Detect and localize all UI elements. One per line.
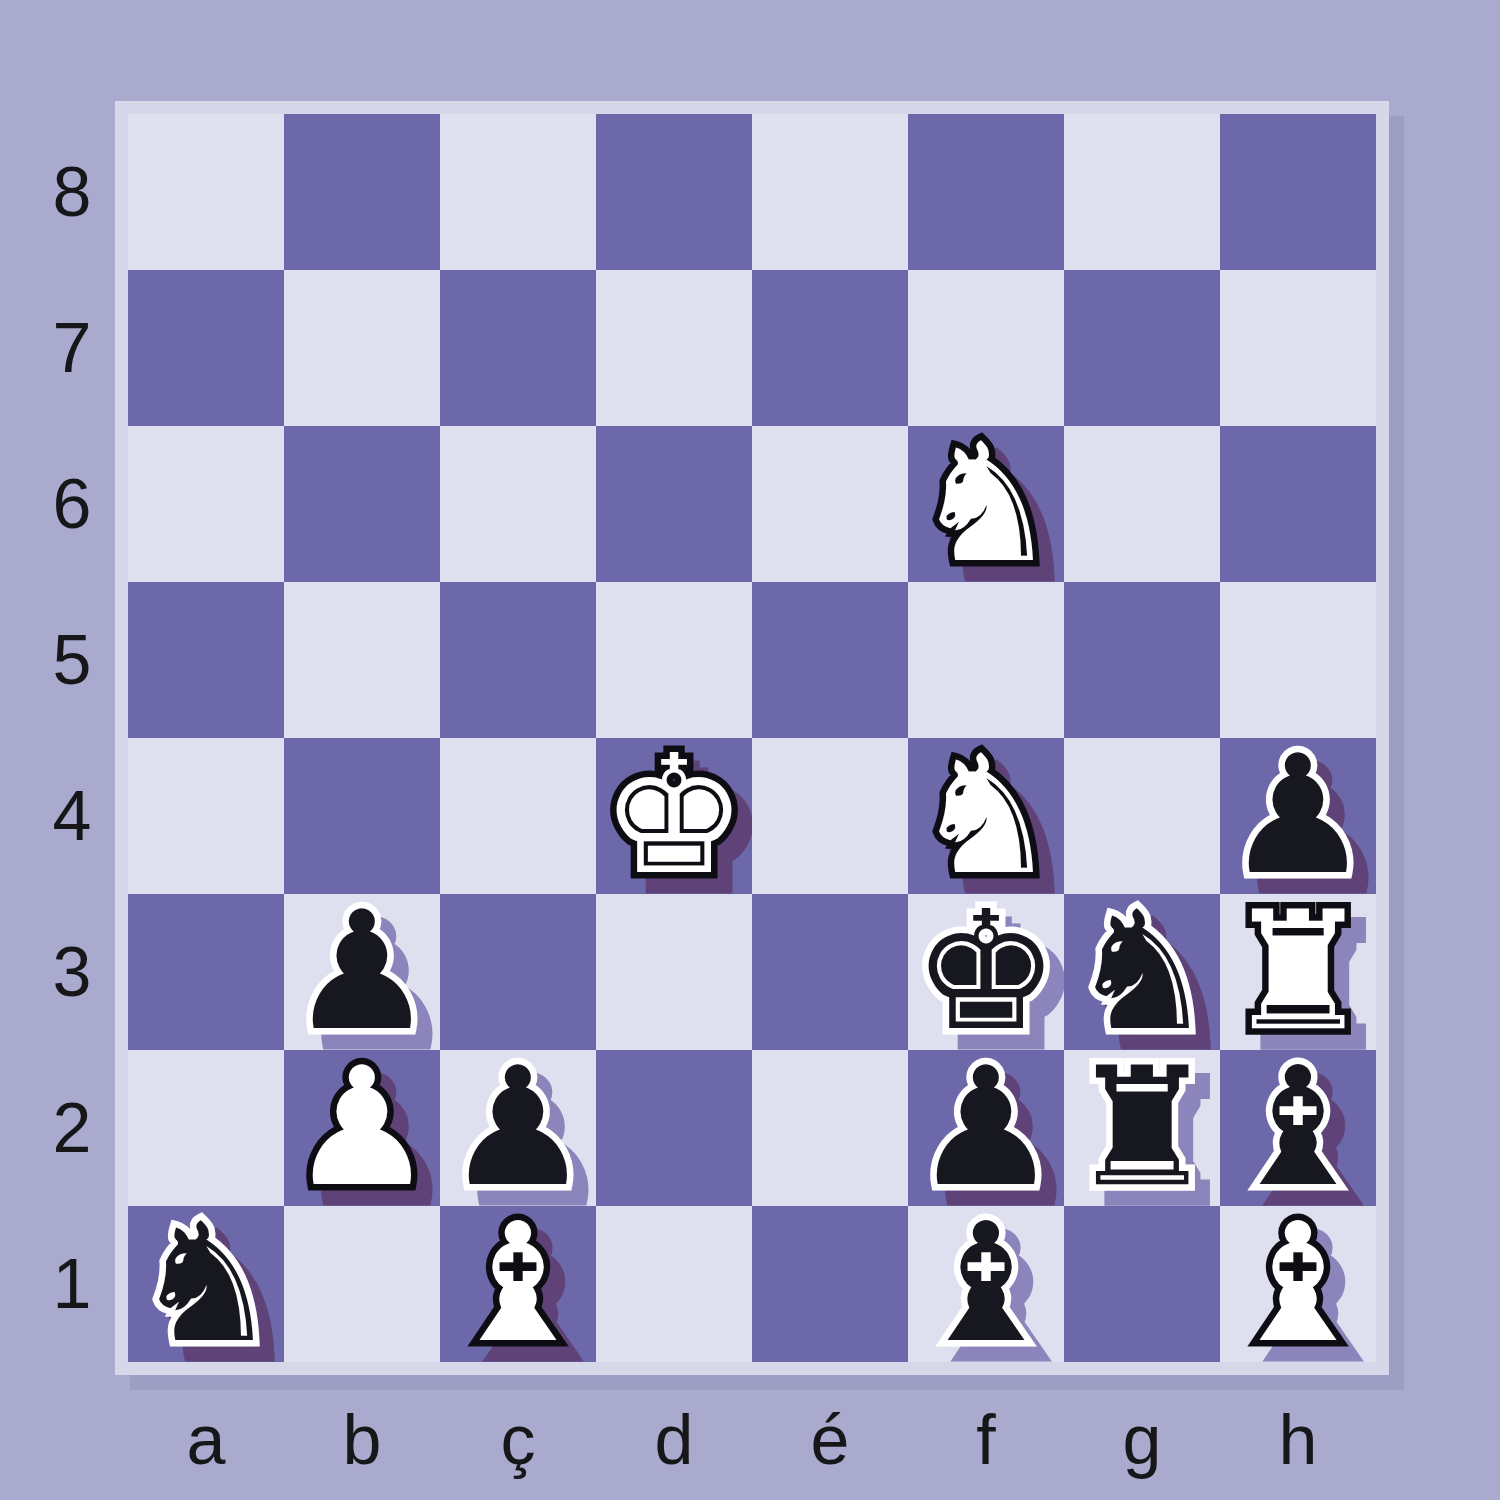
- square-d5[interactable]: [596, 582, 752, 738]
- king-glyph-halo: ♚: [908, 894, 1064, 1050]
- square-g2[interactable]: ♜♜♜: [1064, 1050, 1220, 1206]
- knight-glyph-halo: ♞: [1064, 894, 1220, 1050]
- piece-black-knight-a1[interactable]: ♞♞♞: [128, 1206, 284, 1362]
- square-f3[interactable]: ♚♚♚: [908, 894, 1064, 1050]
- pawn-glyph-halo: ♟: [908, 1050, 1064, 1206]
- square-a2[interactable]: [128, 1050, 284, 1206]
- file-label-g: g: [1064, 1398, 1220, 1482]
- pawn-glyph-shadow: ♟: [455, 1065, 611, 1221]
- pawn-glyph-shadow: ♟: [299, 909, 455, 1065]
- square-e7[interactable]: [752, 270, 908, 426]
- piece-white-bishop-c1[interactable]: ♝♝♝: [440, 1206, 596, 1362]
- rank-label-8: 8: [34, 114, 110, 270]
- square-f5[interactable]: [908, 582, 1064, 738]
- piece-black-pawn-h4[interactable]: ♟♟♟: [1220, 738, 1376, 894]
- piece-white-knight-f6[interactable]: ♞♞♞: [908, 426, 1064, 582]
- file-label-f: f: [908, 1398, 1064, 1482]
- pawn-glyph-shadow: ♟: [1235, 753, 1391, 909]
- pawn-glyph-shadow: ♟: [299, 1065, 455, 1221]
- square-a8[interactable]: [128, 114, 284, 270]
- square-g7[interactable]: [1064, 270, 1220, 426]
- square-d8[interactable]: [596, 114, 752, 270]
- square-e4[interactable]: [752, 738, 908, 894]
- knight-glyph-shadow: ♞: [1079, 909, 1235, 1065]
- square-e3[interactable]: [752, 894, 908, 1050]
- square-a4[interactable]: [128, 738, 284, 894]
- square-f2[interactable]: ♟♟♟: [908, 1050, 1064, 1206]
- king-glyph-fill: ♚: [596, 738, 752, 894]
- king-glyph-halo: ♚: [596, 738, 752, 894]
- file-label-b: b: [284, 1398, 440, 1482]
- square-h5[interactable]: [1220, 582, 1376, 738]
- rook-glyph-fill: ♜: [1064, 1050, 1220, 1206]
- rook-glyph-halo: ♜: [1220, 894, 1376, 1050]
- piece-black-pawn-c2[interactable]: ♟♟♟: [440, 1050, 596, 1206]
- square-h6[interactable]: [1220, 426, 1376, 582]
- king-glyph-fill: ♚: [908, 894, 1064, 1050]
- square-h8[interactable]: [1220, 114, 1376, 270]
- square-b6[interactable]: [284, 426, 440, 582]
- piece-black-bishop-h2[interactable]: ♝♝♝: [1220, 1050, 1376, 1206]
- square-a5[interactable]: [128, 582, 284, 738]
- rank-label-6: 6: [34, 426, 110, 582]
- square-b2[interactable]: ♟♟♟: [284, 1050, 440, 1206]
- pawn-glyph-shadow: ♟: [923, 1065, 1079, 1221]
- bishop-glyph-halo: ♝: [908, 1206, 1064, 1362]
- bishop-glyph-shadow: ♝: [1235, 1065, 1391, 1221]
- square-f4[interactable]: ♞♞♞: [908, 738, 1064, 894]
- square-b7[interactable]: [284, 270, 440, 426]
- square-f8[interactable]: [908, 114, 1064, 270]
- bishop-glyph-fill: ♝: [908, 1206, 1064, 1362]
- file-label-h: h: [1220, 1398, 1376, 1482]
- file-label-e: é: [752, 1398, 908, 1482]
- square-d1[interactable]: [596, 1206, 752, 1362]
- square-c6[interactable]: [440, 426, 596, 582]
- file-label-c: ç: [440, 1398, 596, 1482]
- piece-white-king-d4[interactable]: ♚♚♚: [596, 738, 752, 894]
- pawn-glyph-halo: ♟: [1220, 738, 1376, 894]
- bishop-glyph-halo: ♝: [1220, 1050, 1376, 1206]
- chess-board: ♞♞♞♚♚♚♞♞♞♟♟♟♟♟♟♚♚♚♞♞♞♜♜♜♟♟♟♟♟♟♟♟♟♜♜♜♝♝♝♞…: [115, 101, 1389, 1375]
- square-b1[interactable]: [284, 1206, 440, 1362]
- square-g4[interactable]: [1064, 738, 1220, 894]
- square-h1[interactable]: ♝♝♝: [1220, 1206, 1376, 1362]
- king-glyph-shadow: ♚: [611, 753, 767, 909]
- square-d7[interactable]: [596, 270, 752, 426]
- square-b3[interactable]: ♟♟♟: [284, 894, 440, 1050]
- square-f1[interactable]: ♝♝♝: [908, 1206, 1064, 1362]
- pawn-glyph-halo: ♟: [284, 1050, 440, 1206]
- square-g8[interactable]: [1064, 114, 1220, 270]
- square-c3[interactable]: [440, 894, 596, 1050]
- square-h3[interactable]: ♜♜♜: [1220, 894, 1376, 1050]
- square-b4[interactable]: [284, 738, 440, 894]
- pawn-glyph-fill: ♟: [440, 1050, 596, 1206]
- bishop-glyph-halo: ♝: [1220, 1206, 1376, 1362]
- file-label-d: d: [596, 1398, 752, 1482]
- rook-glyph-halo: ♜: [1064, 1050, 1220, 1206]
- chess-board-grid: ♞♞♞♚♚♚♞♞♞♟♟♟♟♟♟♚♚♚♞♞♞♜♜♜♟♟♟♟♟♟♟♟♟♜♜♜♝♝♝♞…: [128, 114, 1376, 1362]
- square-a3[interactable]: [128, 894, 284, 1050]
- knight-glyph-halo: ♞: [128, 1206, 284, 1362]
- rook-glyph-shadow: ♜: [1079, 1065, 1235, 1221]
- square-c5[interactable]: [440, 582, 596, 738]
- piece-black-bishop-f1[interactable]: ♝♝♝: [908, 1206, 1064, 1362]
- knight-glyph-fill: ♞: [1064, 894, 1220, 1050]
- file-label-a: a: [128, 1398, 284, 1482]
- rook-glyph-shadow: ♜: [1235, 909, 1391, 1065]
- knight-glyph-fill: ♞: [908, 426, 1064, 582]
- piece-black-pawn-f2[interactable]: ♟♟♟: [908, 1050, 1064, 1206]
- square-f7[interactable]: [908, 270, 1064, 426]
- square-c4[interactable]: [440, 738, 596, 894]
- piece-black-pawn-b3[interactable]: ♟♟♟: [284, 894, 440, 1050]
- knight-glyph-shadow: ♞: [923, 441, 1079, 597]
- knight-glyph-shadow: ♞: [923, 753, 1079, 909]
- bishop-glyph-fill: ♝: [1220, 1050, 1376, 1206]
- rank-label-5: 5: [34, 582, 110, 738]
- square-b8[interactable]: [284, 114, 440, 270]
- square-a6[interactable]: [128, 426, 284, 582]
- knight-glyph-fill: ♞: [128, 1206, 284, 1362]
- square-e5[interactable]: [752, 582, 908, 738]
- piece-white-knight-f4[interactable]: ♞♞♞: [908, 738, 1064, 894]
- square-c2[interactable]: ♟♟♟: [440, 1050, 596, 1206]
- bishop-glyph-shadow: ♝: [923, 1221, 1079, 1377]
- square-a7[interactable]: [128, 270, 284, 426]
- bishop-glyph-halo: ♝: [440, 1206, 596, 1362]
- knight-glyph-fill: ♞: [908, 738, 1064, 894]
- square-f6[interactable]: ♞♞♞: [908, 426, 1064, 582]
- square-h4[interactable]: ♟♟♟: [1220, 738, 1376, 894]
- square-d3[interactable]: [596, 894, 752, 1050]
- bishop-glyph-shadow: ♝: [455, 1221, 611, 1377]
- square-e8[interactable]: [752, 114, 908, 270]
- square-g1[interactable]: [1064, 1206, 1220, 1362]
- piece-white-bishop-h1[interactable]: ♝♝♝: [1220, 1206, 1376, 1362]
- bishop-glyph-fill: ♝: [440, 1206, 596, 1362]
- piece-black-king-f3[interactable]: ♚♚♚: [908, 894, 1064, 1050]
- pawn-glyph-halo: ♟: [284, 894, 440, 1050]
- pawn-glyph-fill: ♟: [1220, 738, 1376, 894]
- square-e2[interactable]: [752, 1050, 908, 1206]
- rank-label-7: 7: [34, 270, 110, 426]
- square-e6[interactable]: [752, 426, 908, 582]
- pawn-glyph-halo: ♟: [440, 1050, 596, 1206]
- square-c7[interactable]: [440, 270, 596, 426]
- pawn-glyph-fill: ♟: [908, 1050, 1064, 1206]
- king-glyph-shadow: ♚: [923, 909, 1079, 1065]
- chess-diagram-page: { "game": "chess", "board": { "files_sta…: [0, 0, 1500, 1500]
- bishop-glyph-shadow: ♝: [1235, 1221, 1391, 1377]
- square-e1[interactable]: [752, 1206, 908, 1362]
- square-c1[interactable]: ♝♝♝: [440, 1206, 596, 1362]
- square-d4[interactable]: ♚♚♚: [596, 738, 752, 894]
- pawn-glyph-fill: ♟: [284, 894, 440, 1050]
- rank-label-4: 4: [34, 738, 110, 894]
- square-a1[interactable]: ♞♞♞: [128, 1206, 284, 1362]
- piece-black-rook-g2[interactable]: ♜♜♜: [1064, 1050, 1220, 1206]
- rank-label-2: 2: [34, 1050, 110, 1206]
- rook-glyph-fill: ♜: [1220, 894, 1376, 1050]
- square-d6[interactable]: [596, 426, 752, 582]
- pawn-glyph-fill: ♟: [284, 1050, 440, 1206]
- square-d2[interactable]: [596, 1050, 752, 1206]
- square-b5[interactable]: [284, 582, 440, 738]
- square-g3[interactable]: ♞♞♞: [1064, 894, 1220, 1050]
- square-g5[interactable]: [1064, 582, 1220, 738]
- square-g6[interactable]: [1064, 426, 1220, 582]
- knight-glyph-shadow: ♞: [143, 1221, 299, 1377]
- square-c8[interactable]: [440, 114, 596, 270]
- piece-white-pawn-b2[interactable]: ♟♟♟: [284, 1050, 440, 1206]
- piece-white-rook-h3[interactable]: ♜♜♜: [1220, 894, 1376, 1050]
- piece-black-knight-g3[interactable]: ♞♞♞: [1064, 894, 1220, 1050]
- square-h7[interactable]: [1220, 270, 1376, 426]
- rank-label-3: 3: [34, 894, 110, 1050]
- rank-label-1: 1: [34, 1206, 110, 1362]
- square-h2[interactable]: ♝♝♝: [1220, 1050, 1376, 1206]
- knight-glyph-halo: ♞: [908, 738, 1064, 894]
- knight-glyph-halo: ♞: [908, 426, 1064, 582]
- bishop-glyph-fill: ♝: [1220, 1206, 1376, 1362]
